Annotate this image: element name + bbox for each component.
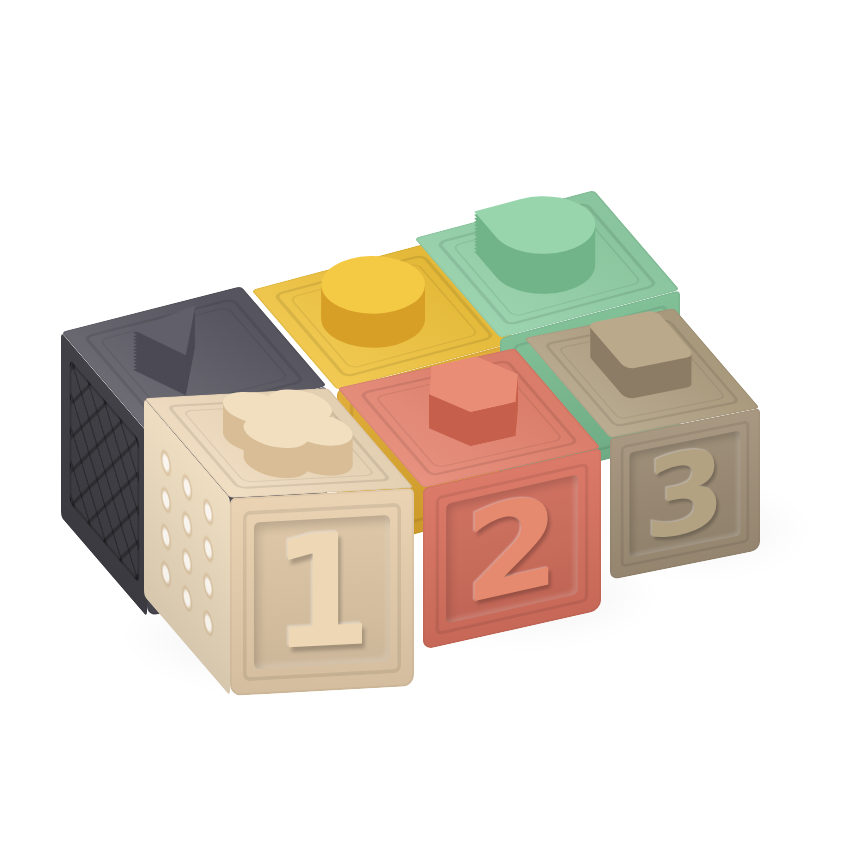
block-tan-top-face	[524, 308, 760, 438]
floor-shadow-right	[580, 480, 820, 580]
triangle-shape	[127, 345, 229, 401]
top-groove-outer	[543, 318, 741, 427]
block-dark-gray-left-face	[61, 332, 147, 617]
front-bevel-frame	[350, 357, 505, 540]
block-tan-3: 3	[0, 0, 850, 850]
block-yellow	[0, 0, 850, 850]
hexagon-shape	[409, 385, 538, 451]
flower-shape	[212, 418, 363, 480]
diamond-quilt-pattern	[70, 359, 140, 584]
top-groove-outer	[166, 397, 393, 489]
block-yellow-top-face	[251, 242, 517, 390]
top-groove-outer	[272, 254, 495, 378]
cylinder-shape	[304, 280, 442, 357]
top-groove-inner	[288, 263, 480, 370]
top-groove-inner	[182, 403, 376, 482]
top-groove-inner	[557, 326, 727, 420]
block-dark-gray-top-face	[61, 286, 327, 432]
block-yellow-front-face	[337, 342, 517, 555]
block-beige-1: 1	[0, 0, 850, 850]
drop-shape	[474, 226, 612, 303]
block-coral-top-face	[337, 348, 601, 488]
front-bevel-frame	[160, 402, 315, 601]
product-photo-stacking-blocks: 1	[0, 0, 850, 850]
square-shape	[587, 340, 696, 400]
top-groove-outer	[358, 359, 580, 477]
top-groove-outer	[435, 202, 658, 326]
top-groove-outer	[82, 298, 305, 421]
block-mint-green-top-face	[414, 190, 680, 338]
front-bevel-frame	[513, 304, 668, 474]
top-groove-inner	[98, 306, 290, 411]
top-groove-inner	[374, 368, 564, 469]
top-groove-inner	[451, 211, 643, 318]
block-mint-green-front-face	[500, 290, 680, 488]
block-beige-top-face	[144, 388, 414, 498]
block-mint-green	[0, 0, 850, 850]
block-coral-2: 2	[0, 0, 850, 850]
block-dark-gray	[0, 0, 850, 850]
